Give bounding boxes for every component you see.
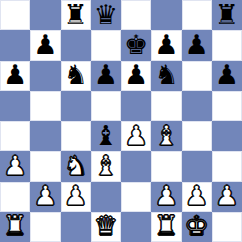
black-pawn: ♟ <box>3 61 27 88</box>
square-b4[interactable] <box>30 121 60 151</box>
square-b8[interactable] <box>30 0 60 30</box>
white-pawn: ♟ <box>215 182 239 209</box>
square-f4[interactable]: ♝ <box>151 121 181 151</box>
black-queen: ♛ <box>94 1 118 28</box>
white-bishop: ♝ <box>154 122 178 149</box>
square-d5[interactable] <box>91 91 121 121</box>
square-c4[interactable] <box>61 121 91 151</box>
square-h7[interactable] <box>212 30 242 60</box>
black-pawn: ♟ <box>124 61 148 88</box>
square-g2[interactable]: ♟ <box>182 182 212 212</box>
square-a2[interactable] <box>0 182 30 212</box>
square-f6[interactable]: ♞ <box>151 61 181 91</box>
white-king: ♚ <box>185 212 209 239</box>
square-h6[interactable]: ♟ <box>212 61 242 91</box>
white-rook: ♜ <box>154 212 178 239</box>
white-rook: ♜ <box>3 212 27 239</box>
black-pawn: ♟ <box>215 61 239 88</box>
chess-board: ♜♛♜♟♚♟♟♟♞♟♟♞♟♝♟♝♟♞♝♟♟♟♟♟♜♛♜♚ <box>0 0 242 242</box>
square-a6[interactable]: ♟ <box>0 61 30 91</box>
square-b7[interactable]: ♟ <box>30 30 60 60</box>
square-c2[interactable]: ♟ <box>61 182 91 212</box>
square-e4[interactable]: ♟ <box>121 121 151 151</box>
square-h5[interactable] <box>212 91 242 121</box>
square-a5[interactable] <box>0 91 30 121</box>
square-d6[interactable]: ♟ <box>91 61 121 91</box>
square-h2[interactable]: ♟ <box>212 182 242 212</box>
white-pawn: ♟ <box>124 122 148 149</box>
square-c6[interactable]: ♞ <box>61 61 91 91</box>
square-c7[interactable] <box>61 30 91 60</box>
square-b3[interactable] <box>30 151 60 181</box>
square-b1[interactable] <box>30 212 60 242</box>
black-knight: ♞ <box>64 61 88 88</box>
square-e7[interactable]: ♚ <box>121 30 151 60</box>
black-pawn: ♟ <box>94 61 118 88</box>
black-pawn: ♟ <box>154 31 178 58</box>
white-pawn: ♟ <box>64 182 88 209</box>
square-a4[interactable] <box>0 121 30 151</box>
white-pawn: ♟ <box>154 182 178 209</box>
square-c1[interactable] <box>61 212 91 242</box>
square-g1[interactable]: ♚ <box>182 212 212 242</box>
square-a3[interactable]: ♟ <box>0 151 30 181</box>
black-pawn: ♟ <box>185 31 209 58</box>
square-d8[interactable]: ♛ <box>91 0 121 30</box>
black-pawn: ♟ <box>33 31 57 58</box>
square-d3[interactable]: ♝ <box>91 151 121 181</box>
square-f2[interactable]: ♟ <box>151 182 181 212</box>
square-a7[interactable] <box>0 30 30 60</box>
square-g8[interactable] <box>182 0 212 30</box>
white-pawn: ♟ <box>185 182 209 209</box>
white-pawn: ♟ <box>33 182 57 209</box>
black-knight: ♞ <box>154 61 178 88</box>
square-e6[interactable]: ♟ <box>121 61 151 91</box>
black-bishop: ♝ <box>94 122 118 149</box>
square-b5[interactable] <box>30 91 60 121</box>
square-d1[interactable]: ♛ <box>91 212 121 242</box>
square-h4[interactable] <box>212 121 242 151</box>
black-rook: ♜ <box>64 1 88 28</box>
square-a8[interactable] <box>0 0 30 30</box>
square-c8[interactable]: ♜ <box>61 0 91 30</box>
square-g5[interactable] <box>182 91 212 121</box>
square-f5[interactable] <box>151 91 181 121</box>
square-h3[interactable] <box>212 151 242 181</box>
square-g3[interactable] <box>182 151 212 181</box>
square-e3[interactable] <box>121 151 151 181</box>
square-d4[interactable]: ♝ <box>91 121 121 151</box>
square-f3[interactable] <box>151 151 181 181</box>
square-f8[interactable] <box>151 0 181 30</box>
square-b6[interactable] <box>30 61 60 91</box>
square-e1[interactable] <box>121 212 151 242</box>
square-g4[interactable] <box>182 121 212 151</box>
square-d2[interactable] <box>91 182 121 212</box>
square-f7[interactable]: ♟ <box>151 30 181 60</box>
white-pawn: ♟ <box>3 152 27 179</box>
white-bishop: ♝ <box>94 152 118 179</box>
white-queen: ♛ <box>94 212 118 239</box>
square-c3[interactable]: ♞ <box>61 151 91 181</box>
square-g7[interactable]: ♟ <box>182 30 212 60</box>
square-a1[interactable]: ♜ <box>0 212 30 242</box>
square-h8[interactable]: ♜ <box>212 0 242 30</box>
white-knight: ♞ <box>64 152 88 179</box>
square-b2[interactable]: ♟ <box>30 182 60 212</box>
square-e5[interactable] <box>121 91 151 121</box>
black-rook: ♜ <box>215 1 239 28</box>
square-e8[interactable] <box>121 0 151 30</box>
square-c5[interactable] <box>61 91 91 121</box>
square-f1[interactable]: ♜ <box>151 212 181 242</box>
black-king: ♚ <box>124 31 148 58</box>
square-g6[interactable] <box>182 61 212 91</box>
square-d7[interactable] <box>91 30 121 60</box>
square-e2[interactable] <box>121 182 151 212</box>
square-h1[interactable] <box>212 212 242 242</box>
